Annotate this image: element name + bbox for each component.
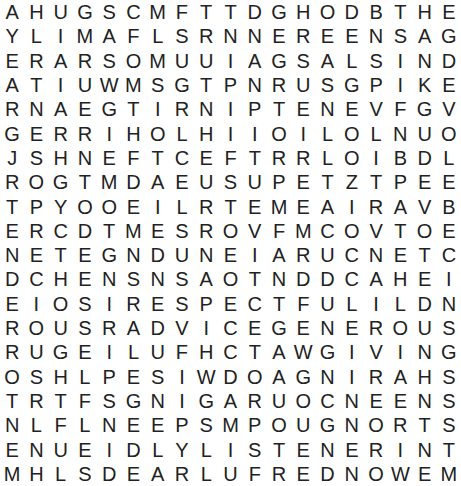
grid-cell[interactable]: N xyxy=(243,73,267,97)
grid-cell[interactable]: O xyxy=(412,219,436,243)
grid-cell[interactable]: E xyxy=(0,49,24,73)
grid-cell[interactable]: O xyxy=(291,389,315,413)
grid-cell[interactable]: E xyxy=(97,146,121,170)
grid-cell[interactable]: D xyxy=(437,49,461,73)
grid-cell[interactable]: I xyxy=(97,437,121,461)
grid-cell[interactable]: I xyxy=(97,121,121,145)
grid-cell[interactable]: N xyxy=(437,292,461,316)
grid-cell[interactable]: U xyxy=(49,0,73,24)
grid-cell[interactable]: M xyxy=(121,73,145,97)
grid-cell[interactable]: I xyxy=(97,292,121,316)
grid-cell[interactable]: P xyxy=(194,292,218,316)
grid-cell[interactable]: I xyxy=(49,73,73,97)
grid-cell[interactable]: E xyxy=(291,97,315,121)
grid-cell[interactable]: W xyxy=(97,73,121,97)
grid-cell[interactable]: N xyxy=(194,97,218,121)
grid-cell[interactable]: W xyxy=(194,364,218,388)
grid-cell[interactable]: I xyxy=(218,97,242,121)
grid-cell[interactable]: A xyxy=(49,49,73,73)
grid-cell[interactable]: H xyxy=(388,267,412,291)
grid-cell[interactable]: M xyxy=(146,0,170,24)
grid-cell[interactable]: R xyxy=(0,170,24,194)
grid-cell[interactable]: A xyxy=(315,49,339,73)
grid-cell[interactable]: S xyxy=(121,267,145,291)
grid-cell[interactable]: S xyxy=(170,219,194,243)
grid-cell[interactable]: I xyxy=(243,121,267,145)
grid-cell[interactable]: I xyxy=(364,292,388,316)
grid-cell[interactable]: S xyxy=(146,364,170,388)
grid-cell[interactable]: W xyxy=(291,340,315,364)
grid-cell[interactable]: U xyxy=(194,170,218,194)
grid-cell[interactable]: A xyxy=(49,97,73,121)
grid-cell[interactable]: T xyxy=(121,97,145,121)
grid-cell[interactable]: C xyxy=(121,0,145,24)
grid-cell[interactable]: S xyxy=(291,49,315,73)
grid-cell[interactable]: A xyxy=(0,0,24,24)
grid-cell[interactable]: E xyxy=(340,97,364,121)
grid-cell[interactable]: S xyxy=(437,316,461,340)
grid-cell[interactable]: M xyxy=(97,170,121,194)
grid-cell[interactable]: N xyxy=(97,267,121,291)
grid-cell[interactable]: R xyxy=(0,316,24,340)
grid-cell[interactable]: T xyxy=(49,243,73,267)
grid-cell[interactable]: D xyxy=(218,364,242,388)
grid-cell[interactable]: F xyxy=(291,292,315,316)
grid-cell[interactable]: R xyxy=(364,364,388,388)
grid-cell[interactable]: E xyxy=(437,170,461,194)
grid-cell[interactable]: E xyxy=(340,316,364,340)
grid-cell[interactable]: K xyxy=(412,73,436,97)
grid-cell[interactable]: S xyxy=(97,389,121,413)
grid-cell[interactable]: M xyxy=(146,49,170,73)
grid-cell[interactable]: T xyxy=(412,413,436,437)
grid-cell[interactable]: D xyxy=(315,462,339,486)
grid-cell[interactable]: E xyxy=(340,24,364,48)
grid-cell[interactable]: V xyxy=(364,219,388,243)
grid-cell[interactable]: U xyxy=(24,340,48,364)
grid-cell[interactable]: T xyxy=(267,437,291,461)
grid-cell[interactable]: E xyxy=(73,97,97,121)
grid-cell[interactable]: T xyxy=(315,170,339,194)
grid-cell[interactable]: N xyxy=(412,437,436,461)
grid-cell[interactable]: B xyxy=(437,194,461,218)
grid-cell[interactable]: P xyxy=(243,413,267,437)
grid-cell[interactable]: T xyxy=(146,146,170,170)
grid-cell[interactable]: S xyxy=(388,24,412,48)
grid-cell[interactable]: G xyxy=(315,413,339,437)
grid-cell[interactable]: D xyxy=(412,292,436,316)
grid-cell[interactable]: D xyxy=(291,267,315,291)
grid-cell[interactable]: S xyxy=(97,0,121,24)
grid-cell[interactable]: P xyxy=(218,73,242,97)
grid-cell[interactable]: L xyxy=(364,121,388,145)
grid-cell[interactable]: N xyxy=(315,364,339,388)
grid-cell[interactable]: O xyxy=(24,170,48,194)
grid-cell[interactable]: O xyxy=(73,194,97,218)
grid-cell[interactable]: E xyxy=(437,0,461,24)
grid-cell[interactable]: U xyxy=(412,316,436,340)
grid-cell[interactable]: N xyxy=(0,413,24,437)
grid-cell[interactable]: S xyxy=(24,146,48,170)
grid-cell[interactable]: G xyxy=(97,97,121,121)
grid-cell[interactable]: G xyxy=(267,316,291,340)
grid-cell[interactable]: G xyxy=(0,121,24,145)
grid-cell[interactable]: S xyxy=(315,73,339,97)
grid-cell[interactable]: G xyxy=(291,364,315,388)
grid-cell[interactable]: A xyxy=(412,24,436,48)
grid-cell[interactable]: A xyxy=(218,389,242,413)
grid-cell[interactable]: A xyxy=(388,364,412,388)
grid-cell[interactable]: H xyxy=(49,146,73,170)
grid-cell[interactable]: A xyxy=(243,49,267,73)
grid-cell[interactable]: C xyxy=(315,389,339,413)
grid-cell[interactable]: N xyxy=(364,24,388,48)
grid-cell[interactable]: P xyxy=(267,170,291,194)
grid-cell[interactable]: P xyxy=(364,73,388,97)
grid-cell[interactable]: N xyxy=(412,340,436,364)
grid-cell[interactable]: P xyxy=(170,413,194,437)
grid-cell[interactable]: L xyxy=(315,121,339,145)
grid-cell[interactable]: F xyxy=(243,462,267,486)
grid-cell[interactable]: H xyxy=(121,121,145,145)
grid-cell[interactable]: U xyxy=(194,49,218,73)
grid-cell[interactable]: S xyxy=(437,364,461,388)
grid-cell[interactable]: L xyxy=(24,24,48,48)
grid-cell[interactable]: I xyxy=(218,437,242,461)
grid-cell[interactable]: N xyxy=(364,243,388,267)
grid-cell[interactable]: E xyxy=(146,292,170,316)
grid-cell[interactable]: G xyxy=(340,73,364,97)
grid-cell[interactable]: A xyxy=(146,170,170,194)
grid-cell[interactable]: E xyxy=(121,194,145,218)
grid-cell[interactable]: M xyxy=(218,413,242,437)
grid-cell[interactable]: O xyxy=(97,194,121,218)
grid-cell[interactable]: D xyxy=(121,170,145,194)
grid-cell[interactable]: R xyxy=(97,316,121,340)
grid-cell[interactable]: I xyxy=(97,340,121,364)
grid-cell[interactable]: C xyxy=(340,267,364,291)
grid-cell[interactable]: I xyxy=(49,24,73,48)
grid-cell[interactable]: C xyxy=(24,267,48,291)
grid-cell[interactable]: R xyxy=(73,121,97,145)
grid-cell[interactable]: O xyxy=(340,219,364,243)
grid-cell[interactable]: R xyxy=(49,121,73,145)
grid-cell[interactable]: L xyxy=(73,364,97,388)
grid-cell[interactable]: R xyxy=(194,219,218,243)
grid-cell[interactable]: I xyxy=(388,437,412,461)
grid-cell[interactable]: E xyxy=(412,170,436,194)
grid-cell[interactable]: V xyxy=(437,97,461,121)
grid-cell[interactable]: L xyxy=(146,437,170,461)
grid-cell[interactable]: L xyxy=(170,194,194,218)
grid-cell[interactable]: M xyxy=(267,194,291,218)
grid-cell[interactable]: E xyxy=(315,24,339,48)
grid-cell[interactable]: J xyxy=(0,146,24,170)
grid-cell[interactable]: F xyxy=(267,219,291,243)
grid-cell[interactable]: S xyxy=(73,316,97,340)
grid-cell[interactable]: F xyxy=(170,0,194,24)
grid-cell[interactable]: N xyxy=(24,97,48,121)
grid-cell[interactable]: C xyxy=(243,292,267,316)
grid-cell[interactable]: R xyxy=(291,24,315,48)
grid-cell[interactable]: N xyxy=(412,389,436,413)
grid-cell[interactable]: G xyxy=(49,170,73,194)
grid-cell[interactable]: I xyxy=(364,146,388,170)
grid-cell[interactable]: I xyxy=(24,292,48,316)
grid-cell[interactable]: E xyxy=(170,170,194,194)
grid-cell[interactable]: E xyxy=(388,243,412,267)
grid-cell[interactable]: O xyxy=(146,121,170,145)
grid-cell[interactable]: G xyxy=(412,97,436,121)
grid-cell[interactable]: T xyxy=(0,389,24,413)
grid-cell[interactable]: U xyxy=(412,121,436,145)
grid-cell[interactable]: P xyxy=(243,97,267,121)
grid-cell[interactable]: R xyxy=(24,219,48,243)
grid-cell[interactable]: E xyxy=(194,146,218,170)
grid-cell[interactable]: E xyxy=(218,243,242,267)
grid-cell[interactable]: D xyxy=(146,316,170,340)
grid-cell[interactable]: O xyxy=(243,364,267,388)
grid-cell[interactable]: I xyxy=(388,340,412,364)
grid-cell[interactable]: C xyxy=(170,146,194,170)
grid-cell[interactable]: U xyxy=(73,73,97,97)
grid-cell[interactable]: E xyxy=(412,462,436,486)
grid-cell[interactable]: N xyxy=(388,121,412,145)
grid-cell[interactable]: M xyxy=(121,219,145,243)
grid-cell[interactable]: I xyxy=(170,389,194,413)
grid-cell[interactable]: R xyxy=(243,389,267,413)
grid-cell[interactable]: R xyxy=(194,24,218,48)
grid-cell[interactable]: N xyxy=(340,462,364,486)
grid-cell[interactable]: E xyxy=(291,437,315,461)
grid-cell[interactable]: I xyxy=(170,364,194,388)
grid-cell[interactable]: H xyxy=(24,462,48,486)
grid-cell[interactable]: H xyxy=(24,0,48,24)
grid-cell[interactable]: T xyxy=(364,170,388,194)
grid-cell[interactable]: R xyxy=(291,146,315,170)
grid-cell[interactable]: T xyxy=(388,219,412,243)
grid-cell[interactable]: U xyxy=(49,316,73,340)
grid-cell[interactable]: Y xyxy=(49,194,73,218)
grid-cell[interactable]: I xyxy=(340,194,364,218)
grid-cell[interactable]: O xyxy=(0,364,24,388)
grid-cell[interactable]: I xyxy=(437,267,461,291)
grid-cell[interactable]: F xyxy=(170,340,194,364)
grid-cell[interactable]: U xyxy=(315,243,339,267)
grid-cell[interactable]: R xyxy=(267,462,291,486)
grid-cell[interactable]: T xyxy=(243,340,267,364)
grid-cell[interactable]: G xyxy=(97,243,121,267)
grid-cell[interactable]: E xyxy=(243,194,267,218)
grid-cell[interactable]: V xyxy=(412,194,436,218)
grid-cell[interactable]: W xyxy=(388,462,412,486)
grid-cell[interactable]: I xyxy=(340,364,364,388)
grid-cell[interactable]: L xyxy=(49,462,73,486)
grid-cell[interactable]: T xyxy=(267,97,291,121)
grid-cell[interactable]: P xyxy=(24,194,48,218)
grid-cell[interactable]: E xyxy=(291,170,315,194)
grid-cell[interactable]: G xyxy=(437,340,461,364)
grid-cell[interactable]: I xyxy=(388,49,412,73)
grid-cell[interactable]: A xyxy=(315,194,339,218)
grid-cell[interactable]: M xyxy=(437,462,461,486)
grid-cell[interactable]: E xyxy=(0,437,24,461)
grid-cell[interactable]: H xyxy=(412,364,436,388)
grid-cell[interactable]: E xyxy=(243,316,267,340)
grid-cell[interactable]: L xyxy=(315,146,339,170)
grid-cell[interactable]: E xyxy=(291,316,315,340)
grid-cell[interactable]: E xyxy=(291,194,315,218)
grid-cell[interactable]: E xyxy=(412,267,436,291)
grid-cell[interactable]: I xyxy=(340,340,364,364)
grid-cell[interactable]: E xyxy=(24,121,48,145)
grid-cell[interactable]: E xyxy=(364,389,388,413)
grid-cell[interactable]: G xyxy=(267,49,291,73)
grid-cell[interactable]: H xyxy=(412,0,436,24)
grid-cell[interactable]: V xyxy=(243,219,267,243)
grid-cell[interactable]: E xyxy=(121,413,145,437)
grid-cell[interactable]: O xyxy=(340,146,364,170)
grid-cell[interactable]: T xyxy=(24,73,48,97)
grid-cell[interactable]: T xyxy=(194,0,218,24)
grid-cell[interactable]: R xyxy=(267,73,291,97)
grid-cell[interactable]: S xyxy=(170,292,194,316)
grid-cell[interactable]: R xyxy=(121,292,145,316)
grid-cell[interactable]: U xyxy=(49,437,73,461)
grid-cell[interactable]: I xyxy=(291,121,315,145)
grid-cell[interactable]: D xyxy=(243,0,267,24)
grid-cell[interactable]: T xyxy=(243,267,267,291)
grid-cell[interactable]: M xyxy=(73,24,97,48)
grid-cell[interactable]: G xyxy=(194,389,218,413)
grid-cell[interactable]: E xyxy=(24,243,48,267)
grid-cell[interactable]: T xyxy=(388,0,412,24)
grid-cell[interactable]: L xyxy=(121,340,145,364)
grid-cell[interactable]: I xyxy=(146,194,170,218)
grid-cell[interactable]: G xyxy=(437,24,461,48)
grid-cell[interactable]: N xyxy=(24,437,48,461)
grid-cell[interactable]: E xyxy=(146,219,170,243)
grid-cell[interactable]: T xyxy=(218,194,242,218)
grid-cell[interactable]: C xyxy=(340,243,364,267)
grid-cell[interactable]: N xyxy=(146,267,170,291)
grid-cell[interactable]: E xyxy=(340,437,364,461)
grid-cell[interactable]: H xyxy=(194,121,218,145)
grid-cell[interactable]: O xyxy=(24,316,48,340)
grid-cell[interactable]: L xyxy=(388,292,412,316)
grid-cell[interactable]: A xyxy=(267,340,291,364)
grid-cell[interactable]: S xyxy=(170,24,194,48)
grid-cell[interactable]: N xyxy=(97,413,121,437)
grid-cell[interactable]: O xyxy=(121,49,145,73)
grid-cell[interactable]: I xyxy=(194,316,218,340)
grid-cell[interactable]: N xyxy=(218,24,242,48)
grid-cell[interactable]: E xyxy=(437,219,461,243)
grid-cell[interactable]: R xyxy=(0,340,24,364)
grid-cell[interactable]: U xyxy=(291,73,315,97)
grid-cell[interactable]: G xyxy=(267,0,291,24)
grid-cell[interactable]: Y xyxy=(0,24,24,48)
grid-cell[interactable]: A xyxy=(267,243,291,267)
grid-cell[interactable]: G xyxy=(315,340,339,364)
grid-cell[interactable]: F xyxy=(49,413,73,437)
grid-cell[interactable]: M xyxy=(291,219,315,243)
grid-cell[interactable]: S xyxy=(73,292,97,316)
grid-cell[interactable]: E xyxy=(218,292,242,316)
grid-cell[interactable]: T xyxy=(218,0,242,24)
grid-cell[interactable]: A xyxy=(364,267,388,291)
grid-cell[interactable]: D xyxy=(315,267,339,291)
grid-cell[interactable]: N xyxy=(73,146,97,170)
grid-cell[interactable]: I xyxy=(388,73,412,97)
grid-cell[interactable]: H xyxy=(49,267,73,291)
grid-cell[interactable]: O xyxy=(218,219,242,243)
grid-cell[interactable]: A xyxy=(97,24,121,48)
grid-cell[interactable]: E xyxy=(291,462,315,486)
grid-cell[interactable]: L xyxy=(194,437,218,461)
grid-cell[interactable]: F xyxy=(121,146,145,170)
grid-cell[interactable]: C xyxy=(49,219,73,243)
grid-cell[interactable]: E xyxy=(73,437,97,461)
grid-cell[interactable]: T xyxy=(437,437,461,461)
grid-cell[interactable]: A xyxy=(0,73,24,97)
grid-cell[interactable]: F xyxy=(121,24,145,48)
grid-cell[interactable]: E xyxy=(388,389,412,413)
grid-cell[interactable]: F xyxy=(388,97,412,121)
grid-cell[interactable]: T xyxy=(73,170,97,194)
grid-cell[interactable]: O xyxy=(49,292,73,316)
grid-cell[interactable]: R xyxy=(388,413,412,437)
grid-cell[interactable]: O xyxy=(315,0,339,24)
grid-cell[interactable]: D xyxy=(121,437,145,461)
grid-cell[interactable]: N xyxy=(340,389,364,413)
grid-cell[interactable]: D xyxy=(146,243,170,267)
grid-cell[interactable]: L xyxy=(340,49,364,73)
grid-cell[interactable]: E xyxy=(73,340,97,364)
grid-cell[interactable]: N xyxy=(315,316,339,340)
grid-cell[interactable]: U xyxy=(243,170,267,194)
grid-cell[interactable]: N xyxy=(243,24,267,48)
grid-cell[interactable]: O xyxy=(437,121,461,145)
grid-cell[interactable]: S xyxy=(364,49,388,73)
grid-cell[interactable]: S xyxy=(218,170,242,194)
grid-cell[interactable]: T xyxy=(243,146,267,170)
grid-cell[interactable]: V xyxy=(364,97,388,121)
grid-cell[interactable]: H xyxy=(291,0,315,24)
grid-cell[interactable]: R xyxy=(170,462,194,486)
grid-cell[interactable]: H xyxy=(49,364,73,388)
grid-cell[interactable]: C xyxy=(315,219,339,243)
grid-cell[interactable]: C xyxy=(218,340,242,364)
grid-cell[interactable]: S xyxy=(97,49,121,73)
grid-cell[interactable]: D xyxy=(73,219,97,243)
grid-cell[interactable]: U xyxy=(218,462,242,486)
grid-cell[interactable]: A xyxy=(267,364,291,388)
grid-cell[interactable]: C xyxy=(218,316,242,340)
grid-cell[interactable]: A xyxy=(121,316,145,340)
grid-cell[interactable]: S xyxy=(437,413,461,437)
grid-cell[interactable]: P xyxy=(97,364,121,388)
grid-cell[interactable]: F xyxy=(73,389,97,413)
grid-cell[interactable]: S xyxy=(437,389,461,413)
grid-cell[interactable]: R xyxy=(364,194,388,218)
grid-cell[interactable]: Z xyxy=(340,170,364,194)
grid-cell[interactable]: T xyxy=(0,194,24,218)
grid-cell[interactable]: R xyxy=(291,243,315,267)
grid-cell[interactable]: I xyxy=(218,49,242,73)
grid-cell[interactable]: R xyxy=(24,389,48,413)
grid-cell[interactable]: N xyxy=(267,267,291,291)
